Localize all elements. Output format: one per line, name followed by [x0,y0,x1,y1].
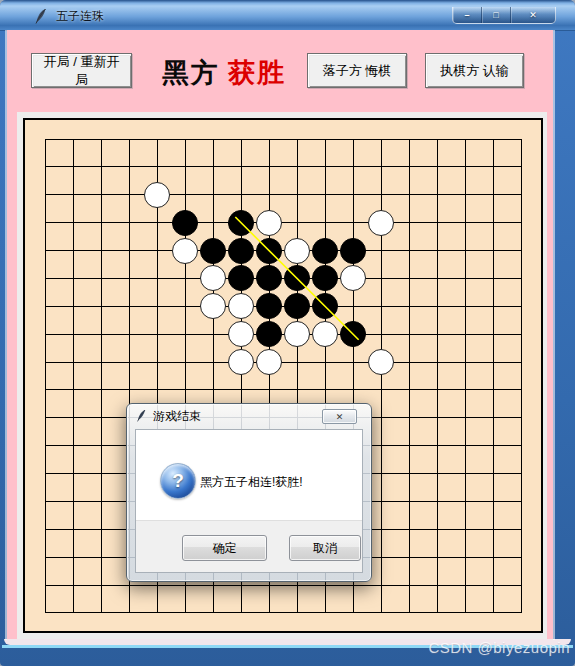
white-stone: ○ [228,321,254,347]
app-window: 五子连珠 – □ ✕ 开局 / 重新开局 黑方获胜 落子方 悔棋 执棋方 认输 … [0,0,575,666]
black-stone: ● [340,238,366,264]
frame-highlight-left [5,30,7,640]
ok-button[interactable]: 确定 [182,535,267,561]
dialog-message: 黑方五子相连!获胜! [200,474,303,491]
watermark: CSDN @biyezuopin [428,639,570,656]
black-stone: ● [340,321,366,347]
minimize-button[interactable]: – [453,7,482,23]
frame-highlight-right [553,30,555,640]
black-stone: ● [228,238,254,264]
white-stone: ○ [312,321,338,347]
white-stone: ○ [284,321,310,347]
black-stone: ● [172,210,198,236]
restart-button[interactable]: 开局 / 重新开局 [31,53,132,88]
game-over-dialog: 游戏结束 ✕ ? 黑方五子相连!获胜! 确定 取消 [126,403,372,582]
white-stone: ○ [172,238,198,264]
undo-button[interactable]: 落子方 悔棋 [307,53,407,88]
minimize-icon: – [464,10,469,20]
white-stone: ○ [256,349,282,375]
maximize-icon: □ [493,10,498,20]
question-mark-icon: ? [160,463,196,499]
dialog-body: ? 黑方五子相连!获胜! 确定 取消 [135,429,363,573]
cancel-button[interactable]: 取消 [289,535,361,561]
dialog-close-button[interactable]: ✕ [322,409,357,424]
status-label: 黑方获胜 [162,55,286,91]
black-stone: ● [312,238,338,264]
black-stone: ● [256,238,282,264]
white-stone: ○ [284,238,310,264]
white-stone: ○ [144,182,170,208]
window-title: 五子连珠 [56,8,104,25]
maximize-button[interactable]: □ [482,7,511,23]
white-stone: ○ [368,349,394,375]
caption-buttons: – □ ✕ [452,7,556,24]
close-button[interactable]: ✕ [511,7,555,23]
titlebar[interactable]: 五子连珠 – □ ✕ [0,0,575,31]
white-stone: ○ [368,210,394,236]
resign-button[interactable]: 执棋方 认输 [425,53,524,88]
dialog-footer: 确定 取消 [136,520,362,572]
black-stone: ● [256,321,282,347]
black-stone: ● [200,238,226,264]
dialog-feather-icon [136,408,147,426]
dialog-close-icon: ✕ [336,412,344,422]
status-side: 黑方 [162,57,220,88]
status-result: 获胜 [228,57,286,88]
white-stone: ○ [256,210,282,236]
black-stone: ● [228,210,254,236]
close-icon: ✕ [529,10,537,20]
white-stone: ○ [228,349,254,375]
dialog-title: 游戏结束 [153,408,201,425]
app-feather-icon [34,8,48,24]
